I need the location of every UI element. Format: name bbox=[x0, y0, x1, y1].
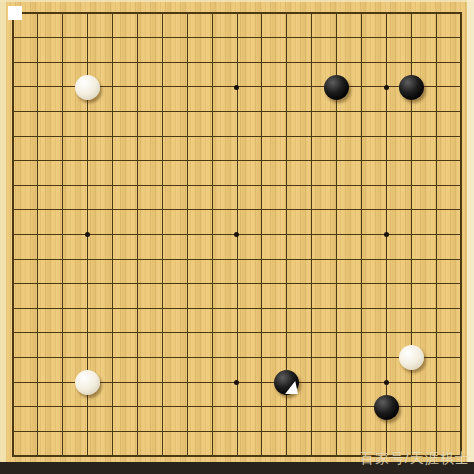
triangle-marker-icon bbox=[285, 381, 298, 394]
black-stone[interactable] bbox=[399, 75, 424, 100]
star-point bbox=[234, 85, 239, 90]
black-stone[interactable] bbox=[274, 370, 299, 395]
white-stone[interactable] bbox=[399, 345, 424, 370]
black-stone[interactable] bbox=[374, 395, 399, 420]
star-point bbox=[234, 232, 239, 237]
go-board[interactable]: 百家号/天涯棋士 bbox=[0, 0, 474, 474]
star-point bbox=[384, 380, 389, 385]
star-point bbox=[85, 232, 90, 237]
corner-marker bbox=[8, 6, 22, 20]
star-point bbox=[234, 380, 239, 385]
board-intersections-grid[interactable] bbox=[1, 1, 474, 469]
star-point bbox=[384, 232, 389, 237]
star-point bbox=[384, 85, 389, 90]
watermark-text: 百家号/天涯棋士 bbox=[360, 450, 470, 468]
black-stone[interactable] bbox=[324, 75, 349, 100]
white-stone[interactable] bbox=[75, 75, 100, 100]
white-stone[interactable] bbox=[75, 370, 100, 395]
